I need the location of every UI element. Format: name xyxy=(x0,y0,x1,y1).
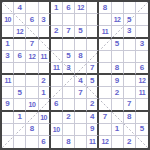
given-digit: 2 xyxy=(41,77,45,85)
cell-r8c11[interactable] xyxy=(124,87,136,99)
cell-r7c6[interactable] xyxy=(63,75,75,87)
cell-r10c3[interactable] xyxy=(26,112,38,124)
cell-r1c10[interactable] xyxy=(112,2,124,14)
cell-r6c4[interactable] xyxy=(39,63,51,75)
cell-r2c6[interactable] xyxy=(63,14,75,26)
cell-r1c1[interactable] xyxy=(2,2,14,14)
cell-r3c11: 3 xyxy=(124,26,136,38)
given-digit: 7 xyxy=(30,40,34,48)
cell-r8c8[interactable] xyxy=(87,87,99,99)
cell-r6c6: 3 xyxy=(63,63,75,75)
given-digit: 5 xyxy=(127,16,131,24)
given-digit: 2 xyxy=(54,27,58,35)
cell-r9c11: 7 xyxy=(124,99,136,111)
cell-r10c5[interactable] xyxy=(51,112,63,124)
cell-r9c3: 10 xyxy=(26,99,38,111)
given-digit: 9 xyxy=(5,100,9,108)
given-digit: 5 xyxy=(18,89,22,97)
given-digit: 8 xyxy=(30,125,34,133)
given-digit: 7 xyxy=(66,27,70,35)
cell-r10c11: 8 xyxy=(124,112,136,124)
cell-r2c8[interactable] xyxy=(87,14,99,26)
cell-r3c6: 7 xyxy=(63,26,75,38)
cell-r4c8[interactable] xyxy=(87,39,99,51)
given-digit: 5 xyxy=(115,40,119,48)
cell-r7c8: 5 xyxy=(87,75,99,87)
cell-r3c8[interactable] xyxy=(87,26,99,38)
given-digit: 6 xyxy=(66,4,70,12)
given-digit: 1 xyxy=(5,40,9,48)
cell-r12c3[interactable] xyxy=(26,136,38,148)
cell-r9c5: 6 xyxy=(51,99,63,111)
cell-r3c1[interactable] xyxy=(2,26,14,38)
cell-r2c12[interactable] xyxy=(136,14,148,26)
cell-r8c3[interactable] xyxy=(26,87,38,99)
cell-r6c9[interactable] xyxy=(99,63,111,75)
cell-r7c3[interactable] xyxy=(26,75,38,87)
given-digit: 12 xyxy=(139,77,146,84)
cell-r10c2: 1 xyxy=(14,112,26,124)
cell-r7c7: 4 xyxy=(75,75,87,87)
cell-r11c7[interactable] xyxy=(75,124,87,136)
given-digit: 5 xyxy=(140,125,144,133)
cell-r6c8: 7 xyxy=(87,63,99,75)
given-digit: 8 xyxy=(127,113,131,121)
cell-r2c11: 5 xyxy=(124,14,136,26)
given-digit: 11 xyxy=(4,77,10,84)
given-digit: 6 xyxy=(54,100,58,108)
given-digit: 2 xyxy=(90,100,94,108)
given-digit: 11 xyxy=(40,53,46,60)
cell-r11c6[interactable] xyxy=(63,124,75,136)
cell-r9c1: 9 xyxy=(2,99,14,111)
cell-r11c8: 9 xyxy=(87,124,99,136)
given-digit: 11 xyxy=(102,28,108,35)
cell-r9c4[interactable] xyxy=(39,99,51,111)
cell-r12c12[interactable] xyxy=(136,136,148,148)
cell-r1c4[interactable] xyxy=(39,2,51,14)
given-digit: 4 xyxy=(18,4,22,12)
cell-r4c2[interactable] xyxy=(14,39,26,51)
cell-r12c5[interactable] xyxy=(51,136,63,148)
given-digit: 2 xyxy=(66,113,70,121)
given-digit: 7 xyxy=(90,64,94,72)
cell-r8c12: 11 xyxy=(136,87,148,99)
cell-r2c3: 6 xyxy=(26,14,38,26)
cell-r3c4[interactable] xyxy=(39,26,51,38)
cell-r6c1[interactable] xyxy=(2,63,14,75)
cell-r7c10: 9 xyxy=(112,75,124,87)
cell-r3c3[interactable] xyxy=(26,26,38,38)
cell-r2c4: 3 xyxy=(39,14,51,26)
cell-r12c9: 12 xyxy=(99,136,111,148)
given-digit: 6 xyxy=(140,64,144,72)
cell-r4c12: 3 xyxy=(136,39,148,51)
cell-r3c5: 2 xyxy=(51,26,63,38)
cell-r11c9[interactable] xyxy=(99,124,111,136)
given-digit: 7 xyxy=(103,113,107,121)
given-digit: 8 xyxy=(78,52,82,60)
cell-r5c12[interactable] xyxy=(136,51,148,63)
cell-r5c1: 3 xyxy=(2,51,14,63)
cell-r6c11[interactable] xyxy=(124,63,136,75)
cell-r11c10: 1 xyxy=(112,124,124,136)
cell-r9c6[interactable] xyxy=(63,99,75,111)
cell-r3c12[interactable] xyxy=(136,26,148,38)
cell-r3c2: 12 xyxy=(14,26,26,38)
cell-r3c7: 5 xyxy=(75,26,87,38)
cell-r8c4: 1 xyxy=(39,87,51,99)
cell-r4c9[interactable] xyxy=(99,39,111,51)
cell-r12c10[interactable] xyxy=(112,136,124,148)
given-digit: 3 xyxy=(127,27,131,35)
given-digit: 9 xyxy=(90,125,94,133)
cell-r7c4: 2 xyxy=(39,75,51,87)
cell-r10c9: 7 xyxy=(99,112,111,124)
cell-r10c7[interactable] xyxy=(75,112,87,124)
given-digit: 1 xyxy=(54,4,58,12)
given-digit: 4 xyxy=(78,77,82,85)
cell-r8c7: 7 xyxy=(75,87,87,99)
cell-r9c9[interactable] xyxy=(99,99,111,111)
cell-r1c12[interactable] xyxy=(136,2,148,14)
cell-r1c8[interactable] xyxy=(87,2,99,14)
cell-r11c1[interactable] xyxy=(2,124,14,136)
cell-r6c5: 11 xyxy=(51,63,63,75)
cell-r7c9[interactable] xyxy=(99,75,111,87)
given-digit: 5 xyxy=(90,77,94,85)
cell-r10c8: 4 xyxy=(87,112,99,124)
given-digit: 5 xyxy=(66,52,70,60)
cell-r7c5[interactable] xyxy=(51,75,63,87)
cell-r9c2[interactable] xyxy=(14,99,26,111)
cell-r1c5: 1 xyxy=(51,2,63,14)
given-digit: 5 xyxy=(78,27,82,35)
cell-r6c2[interactable] xyxy=(14,63,26,75)
cell-r10c1[interactable] xyxy=(2,112,14,124)
sudoku-board: 4161281063125122751131753361211581137861… xyxy=(0,0,150,150)
given-digit: 3 xyxy=(5,52,9,60)
cell-r9c8: 2 xyxy=(87,99,99,111)
cell-r5c8[interactable] xyxy=(87,51,99,63)
cell-r5c2: 6 xyxy=(14,51,26,63)
given-digit: 3 xyxy=(140,40,144,48)
cell-r9c7[interactable] xyxy=(75,99,87,111)
cell-r8c6[interactable] xyxy=(63,87,75,99)
cell-r7c1: 11 xyxy=(2,75,14,87)
given-digit: 11 xyxy=(53,64,59,71)
cell-r12c8: 11 xyxy=(87,136,99,148)
given-digit: 8 xyxy=(66,138,70,146)
cell-r10c6: 2 xyxy=(63,112,75,124)
cell-r2c7[interactable] xyxy=(75,14,87,26)
cell-r9c10[interactable] xyxy=(112,99,124,111)
cell-r4c5[interactable] xyxy=(51,39,63,51)
cell-r12c6: 8 xyxy=(63,136,75,148)
given-digit: 10 xyxy=(53,126,60,133)
given-digit: 12 xyxy=(29,53,36,60)
cell-r5c9[interactable] xyxy=(99,51,111,63)
cell-r5c6: 5 xyxy=(63,51,75,63)
given-digit: 7 xyxy=(78,89,82,97)
cell-r12c1[interactable] xyxy=(2,136,14,148)
given-digit: 6 xyxy=(41,138,45,146)
cell-r10c12[interactable] xyxy=(136,112,148,124)
given-digit: 8 xyxy=(103,4,107,12)
given-digit: 8 xyxy=(115,64,119,72)
cell-r11c11[interactable] xyxy=(124,124,136,136)
cell-r1c6: 6 xyxy=(63,2,75,14)
cell-r2c2[interactable] xyxy=(14,14,26,26)
cell-r10c10[interactable] xyxy=(112,112,124,124)
cell-r6c10: 8 xyxy=(112,63,124,75)
cell-r12c11: 2 xyxy=(124,136,136,148)
given-digit: 1 xyxy=(41,89,45,97)
given-digit: 11 xyxy=(89,138,95,145)
cell-r4c10: 5 xyxy=(112,39,124,51)
given-digit: 4 xyxy=(90,113,94,121)
given-digit: 6 xyxy=(18,52,22,60)
cell-r1c3[interactable] xyxy=(26,2,38,14)
cell-r6c12: 6 xyxy=(136,63,148,75)
cell-r7c12: 12 xyxy=(136,75,148,87)
cell-r8c5[interactable] xyxy=(51,87,63,99)
given-digit: 12 xyxy=(77,4,84,11)
cell-r1c9: 8 xyxy=(99,2,111,14)
given-digit: 9 xyxy=(115,77,119,85)
cell-r4c11[interactable] xyxy=(124,39,136,51)
cell-r11c5: 10 xyxy=(51,124,63,136)
cell-r4c4[interactable] xyxy=(39,39,51,51)
cell-r5c4: 11 xyxy=(39,51,51,63)
cell-r6c3[interactable] xyxy=(26,63,38,75)
cell-r3c9: 11 xyxy=(99,26,111,38)
sudoku-board-wrap: 4161281063125122751131753361211581137861… xyxy=(0,0,150,150)
given-digit: 2 xyxy=(127,138,131,146)
cell-r4c3: 7 xyxy=(26,39,38,51)
cell-r5c7: 8 xyxy=(75,51,87,63)
cell-r8c9[interactable] xyxy=(99,87,111,99)
cell-r3c10[interactable] xyxy=(112,26,124,38)
cell-r2c9[interactable] xyxy=(99,14,111,26)
given-digit: 11 xyxy=(139,89,145,96)
given-digit: 3 xyxy=(41,16,45,24)
given-digit: 12 xyxy=(102,138,109,145)
cell-r4c6[interactable] xyxy=(63,39,75,51)
cell-r4c1: 1 xyxy=(2,39,14,51)
given-digit: 12 xyxy=(114,16,121,23)
cell-r11c2[interactable] xyxy=(14,124,26,136)
cell-r4c7[interactable] xyxy=(75,39,87,51)
cell-r11c3: 8 xyxy=(26,124,38,136)
given-digit: 10 xyxy=(4,16,11,23)
given-digit: 10 xyxy=(40,114,47,121)
cell-r12c2[interactable] xyxy=(14,136,26,148)
cell-r7c11[interactable] xyxy=(124,75,136,87)
given-digit: 1 xyxy=(18,113,22,121)
given-digit: 10 xyxy=(29,101,36,108)
cell-r2c10: 12 xyxy=(112,14,124,26)
cell-r5c3: 12 xyxy=(26,51,38,63)
given-digit: 1 xyxy=(115,125,119,133)
given-digit: 6 xyxy=(30,16,34,24)
given-digit: 3 xyxy=(66,64,70,72)
cell-r10c4: 10 xyxy=(39,112,51,124)
cell-r5c10[interactable] xyxy=(112,51,124,63)
cell-r1c2: 4 xyxy=(14,2,26,14)
cell-r7c2[interactable] xyxy=(14,75,26,87)
given-digit: 2 xyxy=(115,89,119,97)
cell-r11c12: 5 xyxy=(136,124,148,136)
cell-r2c1: 10 xyxy=(2,14,14,26)
cell-r8c10: 2 xyxy=(112,87,124,99)
given-digit: 12 xyxy=(16,28,23,35)
cell-r5c11[interactable] xyxy=(124,51,136,63)
cell-r8c2: 5 xyxy=(14,87,26,99)
cell-r6c7[interactable] xyxy=(75,63,87,75)
cell-r8c1[interactable] xyxy=(2,87,14,99)
cell-r12c4: 6 xyxy=(39,136,51,148)
cell-r9c12[interactable] xyxy=(136,99,148,111)
cell-r2c5[interactable] xyxy=(51,14,63,26)
given-digit: 7 xyxy=(127,100,131,108)
cell-r11c4[interactable] xyxy=(39,124,51,136)
cell-r1c7: 12 xyxy=(75,2,87,14)
cell-r12c7[interactable] xyxy=(75,136,87,148)
cell-r1c11[interactable] xyxy=(124,2,136,14)
cell-r5c5[interactable] xyxy=(51,51,63,63)
